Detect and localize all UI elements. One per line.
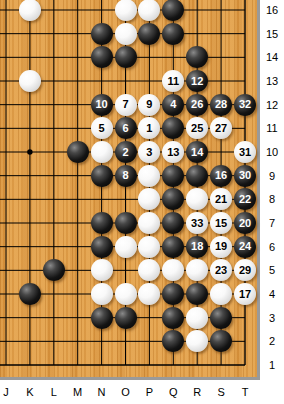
- move-number: 1: [146, 123, 152, 134]
- stone-t6-black: 24: [234, 236, 256, 258]
- move-number: 18: [191, 241, 203, 252]
- stone-p9-white: [138, 165, 160, 187]
- move-number: 26: [191, 99, 203, 110]
- stone-n3-black: [91, 307, 113, 329]
- stone-q9-black: [162, 165, 184, 187]
- stone-p15-black: [138, 23, 160, 45]
- stone-o14-black: [115, 46, 137, 68]
- stone-r3-white: [186, 307, 208, 329]
- move-number: 7: [122, 99, 128, 110]
- stone-n6-black: [91, 236, 113, 258]
- stone-q12-black: 4: [162, 94, 184, 116]
- move-number: 5: [99, 123, 105, 134]
- move-number: 22: [239, 194, 251, 205]
- stone-o15-white: [115, 23, 137, 45]
- col-label-q: Q: [163, 385, 183, 399]
- col-label-n: N: [92, 385, 112, 399]
- move-number: 27: [215, 123, 227, 134]
- stone-n10-white: [91, 141, 113, 163]
- move-number: 29: [239, 265, 251, 276]
- row-label-13: 13: [261, 74, 283, 88]
- move-number: 10: [95, 99, 107, 110]
- stone-o12-white: 7: [115, 94, 137, 116]
- move-number: 30: [239, 170, 251, 181]
- col-label-j: J: [0, 385, 16, 399]
- move-number: 15: [215, 218, 227, 229]
- go-board[interactable]: 1112107942628325612527231314318163021223…: [0, 0, 260, 380]
- stone-o6-white: [115, 236, 137, 258]
- move-number: 13: [167, 147, 179, 158]
- stone-n5-white: [91, 259, 113, 281]
- row-label-15: 15: [261, 27, 283, 41]
- move-number: 11: [167, 76, 179, 87]
- stone-n4-white: [91, 283, 113, 305]
- row-label-6: 6: [261, 240, 283, 254]
- stone-t7-black: 20: [234, 212, 256, 234]
- row-label-9: 9: [261, 169, 283, 183]
- stone-r6-black: 18: [186, 236, 208, 258]
- move-number: 28: [215, 99, 227, 110]
- col-label-r: R: [187, 385, 207, 399]
- row-label-8: 8: [261, 192, 283, 206]
- move-number: 8: [122, 170, 128, 181]
- row-label-1: 1: [261, 358, 283, 372]
- stone-s6-white: 19: [210, 236, 232, 258]
- move-number: 33: [191, 218, 203, 229]
- col-label-o: O: [116, 385, 136, 399]
- col-label-m: M: [68, 385, 88, 399]
- stone-o7-black: [115, 212, 137, 234]
- move-number: 16: [215, 170, 227, 181]
- move-number: 19: [215, 241, 227, 252]
- stone-o9-black: 8: [115, 165, 137, 187]
- stone-o4-white: [115, 283, 137, 305]
- row-label-2: 2: [261, 334, 283, 348]
- col-label-s: S: [211, 385, 231, 399]
- col-label-p: P: [139, 385, 159, 399]
- move-number: 12: [191, 76, 203, 87]
- stone-k4-black: [19, 283, 41, 305]
- row-label-7: 7: [261, 216, 283, 230]
- star-point-k10: [27, 149, 32, 154]
- stone-k13-white: [19, 70, 41, 92]
- row-label-4: 4: [261, 287, 283, 301]
- move-number: 17: [239, 289, 251, 300]
- row-label-11: 11: [261, 121, 283, 135]
- move-number: 9: [146, 99, 152, 110]
- row-label-3: 3: [261, 311, 283, 325]
- move-number: 32: [239, 99, 251, 110]
- stone-s3-black: [210, 307, 232, 329]
- stone-t9-black: 30: [234, 165, 256, 187]
- go-diagram: 1112107942628325612527231314318163021223…: [0, 0, 284, 404]
- stone-n7-black: [91, 212, 113, 234]
- col-label-t: T: [235, 385, 255, 399]
- col-label-k: K: [20, 385, 40, 399]
- stone-s4-white: [210, 283, 232, 305]
- stone-r12-black: 26: [186, 94, 208, 116]
- stone-m10-black: [67, 141, 89, 163]
- move-number: 23: [215, 265, 227, 276]
- row-label-10: 10: [261, 145, 283, 159]
- move-number: 31: [239, 147, 251, 158]
- stone-n12-black: 10: [91, 94, 113, 116]
- stone-p6-white: [138, 236, 160, 258]
- move-number: 24: [239, 241, 251, 252]
- stone-q3-black: [162, 307, 184, 329]
- move-number: 2: [122, 147, 128, 158]
- stone-l5-black: [43, 259, 65, 281]
- stone-n15-black: [91, 23, 113, 45]
- stone-q15-black: [162, 23, 184, 45]
- stone-n14-black: [91, 46, 113, 68]
- row-label-12: 12: [261, 98, 283, 112]
- move-number: 21: [215, 194, 227, 205]
- stone-t12-black: 32: [234, 94, 256, 116]
- stone-o11-black: 6: [115, 117, 137, 139]
- col-label-l: L: [44, 385, 64, 399]
- move-number: 4: [170, 99, 176, 110]
- row-label-5: 5: [261, 263, 283, 277]
- stone-s12-black: 28: [210, 94, 232, 116]
- stone-n11-white: 5: [91, 117, 113, 139]
- move-number: 3: [146, 147, 152, 158]
- stone-t10-white: 31: [234, 141, 256, 163]
- stone-o3-black: [115, 307, 137, 329]
- stone-r9-black: [186, 165, 208, 187]
- stone-s9-black: 16: [210, 165, 232, 187]
- stone-o16-white: [115, 0, 137, 21]
- row-label-14: 14: [261, 50, 283, 64]
- move-number: 6: [122, 123, 128, 134]
- stone-n9-black: [91, 165, 113, 187]
- stone-s7-white: 15: [210, 212, 232, 234]
- row-label-16: 16: [261, 3, 283, 17]
- stone-k16-white: [19, 0, 41, 21]
- stone-q6-black: [162, 236, 184, 258]
- move-number: 14: [191, 147, 203, 158]
- stone-p12-white: 9: [138, 94, 160, 116]
- move-number: 25: [191, 123, 203, 134]
- stone-t4-white: 17: [234, 283, 256, 305]
- move-number: 20: [239, 218, 251, 229]
- stone-o10-black: 2: [115, 141, 137, 163]
